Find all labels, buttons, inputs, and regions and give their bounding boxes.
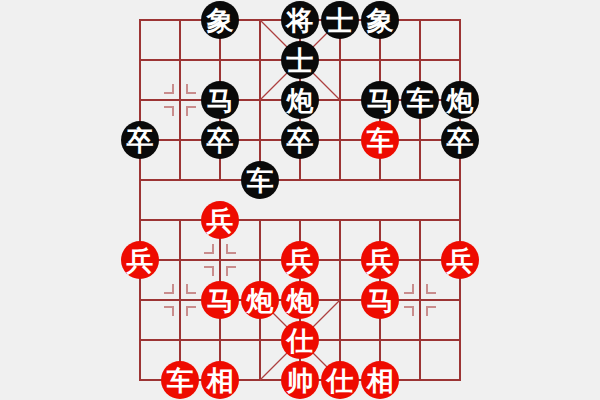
red-advisor[interactable]: 仕: [321, 361, 359, 399]
black-cannon[interactable]: 炮: [441, 81, 479, 119]
black-pawn[interactable]: 卒: [281, 121, 319, 159]
black-advisor[interactable]: 士: [281, 41, 319, 79]
red-pawn[interactable]: 兵: [121, 241, 159, 279]
black-elephant[interactable]: 象: [361, 1, 399, 39]
xiangqi-app: 象将士象士马炮马车炮卒卒卒车卒车兵兵兵兵兵马炮炮马仕车相帅仕相: [0, 0, 600, 400]
black-pawn[interactable]: 卒: [121, 121, 159, 159]
red-cannon[interactable]: 炮: [241, 281, 279, 319]
black-horse[interactable]: 马: [201, 81, 239, 119]
red-general[interactable]: 帅: [281, 361, 319, 399]
black-chariot[interactable]: 车: [401, 81, 439, 119]
red-cannon[interactable]: 炮: [281, 281, 319, 319]
black-chariot[interactable]: 车: [241, 161, 279, 199]
red-pawn[interactable]: 兵: [281, 241, 319, 279]
red-pawn[interactable]: 兵: [361, 241, 399, 279]
red-pawn[interactable]: 兵: [441, 241, 479, 279]
red-horse[interactable]: 马: [361, 281, 399, 319]
black-pawn[interactable]: 卒: [201, 121, 239, 159]
black-horse[interactable]: 马: [361, 81, 399, 119]
red-advisor[interactable]: 仕: [281, 321, 319, 359]
red-elephant[interactable]: 相: [201, 361, 239, 399]
black-advisor[interactable]: 士: [321, 1, 359, 39]
black-general[interactable]: 将: [281, 1, 319, 39]
red-elephant[interactable]: 相: [361, 361, 399, 399]
black-pawn[interactable]: 卒: [441, 121, 479, 159]
red-horse[interactable]: 马: [201, 281, 239, 319]
black-elephant[interactable]: 象: [201, 1, 239, 39]
xiangqi-board: 象将士象士马炮马车炮卒卒卒车卒车兵兵兵兵兵马炮炮马仕车相帅仕相: [120, 0, 480, 400]
red-pawn[interactable]: 兵: [201, 201, 239, 239]
black-cannon[interactable]: 炮: [281, 81, 319, 119]
red-chariot[interactable]: 车: [161, 361, 199, 399]
red-chariot[interactable]: 车: [361, 121, 399, 159]
